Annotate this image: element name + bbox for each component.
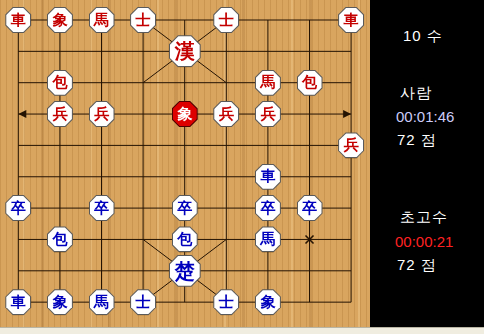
- piece-blue-guard[interactable]: 士: [213, 289, 239, 315]
- piece-blue-soldier[interactable]: 卒: [89, 195, 115, 221]
- piece-glyph: 車: [6, 8, 30, 32]
- piece-blue-guard[interactable]: 士: [130, 289, 156, 315]
- piece-blue-horse[interactable]: 馬: [89, 289, 115, 315]
- piece-blue-chariot[interactable]: 車: [5, 289, 31, 315]
- piece-glyph: 楚: [170, 256, 200, 286]
- piece-blue-cannon[interactable]: 包: [172, 226, 198, 252]
- piece-glyph: 兵: [90, 102, 114, 126]
- piece-glyph: 卒: [298, 196, 322, 220]
- piece-red-elephant[interactable]: 象: [47, 7, 73, 33]
- piece-blue-horse[interactable]: 馬: [255, 226, 281, 252]
- piece-glyph: 象: [48, 290, 72, 314]
- piece-glyph: 象: [256, 290, 280, 314]
- piece-glyph: 包: [173, 227, 197, 251]
- piece-glyph: 包: [298, 71, 322, 95]
- piece-red-soldier[interactable]: 兵: [89, 101, 115, 127]
- piece-red-soldier[interactable]: 兵: [338, 132, 364, 158]
- piece-glyph: 卒: [90, 196, 114, 220]
- piece-red-soldier[interactable]: 兵: [47, 101, 73, 127]
- piece-glyph: 馬: [90, 8, 114, 32]
- piece-glyph: 士: [131, 8, 155, 32]
- piece-red-elephant[interactable]: 象: [172, 101, 198, 127]
- player-computer-score: 72 점: [397, 256, 437, 275]
- piece-blue-elephant[interactable]: 象: [255, 289, 281, 315]
- piece-glyph: 包: [48, 71, 72, 95]
- player-computer-clock: 00:00:21: [395, 233, 453, 250]
- piece-glyph: 士: [214, 8, 238, 32]
- piece-glyph: 卒: [173, 196, 197, 220]
- piece-glyph: 象: [48, 8, 72, 32]
- janggi-board[interactable]: 車象馬士士車漢包馬包兵兵象兵兵兵車卒卒卒卒卒包包馬楚車象馬士士象: [0, 0, 370, 334]
- piece-glyph: 車: [6, 290, 30, 314]
- piece-glyph: 馬: [256, 71, 280, 95]
- piece-red-soldier[interactable]: 兵: [213, 101, 239, 127]
- piece-blue-soldier[interactable]: 卒: [172, 195, 198, 221]
- piece-glyph: 兵: [214, 102, 238, 126]
- piece-glyph: 卒: [6, 196, 30, 220]
- piece-blue-soldier[interactable]: 卒: [297, 195, 323, 221]
- piece-red-guard[interactable]: 士: [213, 7, 239, 33]
- piece-blue-soldier[interactable]: 卒: [5, 195, 31, 221]
- piece-red-king-han[interactable]: 漢: [169, 35, 201, 67]
- piece-glyph: 兵: [339, 133, 363, 157]
- player-human-score: 72 점: [397, 131, 437, 150]
- piece-red-guard[interactable]: 士: [130, 7, 156, 33]
- piece-red-cannon[interactable]: 包: [297, 70, 323, 96]
- piece-red-cannon[interactable]: 包: [47, 70, 73, 96]
- piece-red-chariot[interactable]: 車: [5, 7, 31, 33]
- piece-red-horse[interactable]: 馬: [89, 7, 115, 33]
- piece-red-horse[interactable]: 馬: [255, 70, 281, 96]
- piece-blue-elephant[interactable]: 象: [47, 289, 73, 315]
- piece-glyph: 兵: [48, 102, 72, 126]
- piece-glyph: 士: [131, 290, 155, 314]
- piece-glyph: 包: [48, 227, 72, 251]
- piece-glyph: 象: [173, 102, 197, 126]
- piece-glyph: 士: [214, 290, 238, 314]
- piece-glyph: 車: [339, 8, 363, 32]
- piece-glyph: 馬: [90, 290, 114, 314]
- janggi-app-window: 車象馬士士車漢包馬包兵兵象兵兵兵車卒卒卒卒卒包包馬楚車象馬士士象 10 수 사람…: [0, 0, 484, 334]
- piece-glyph: 車: [256, 165, 280, 189]
- piece-blue-king-cho[interactable]: 楚: [169, 255, 201, 287]
- piece-blue-soldier[interactable]: 卒: [255, 195, 281, 221]
- player-computer-name: 초고수: [400, 208, 448, 227]
- piece-red-chariot[interactable]: 車: [338, 7, 364, 33]
- piece-blue-cannon[interactable]: 包: [47, 226, 73, 252]
- piece-glyph: 漢: [170, 36, 200, 66]
- info-sidebar: 10 수 사람 00:01:46 72 점 초고수 00:00:21 72 점: [370, 0, 484, 334]
- window-bottom-edge: [0, 327, 484, 334]
- piece-red-soldier[interactable]: 兵: [255, 101, 281, 127]
- piece-glyph: 兵: [256, 102, 280, 126]
- player-human-clock: 00:01:46: [396, 108, 454, 125]
- move-counter: 10 수: [403, 27, 443, 46]
- piece-glyph: 馬: [256, 227, 280, 251]
- player-human-name: 사람: [400, 84, 432, 103]
- piece-blue-chariot[interactable]: 車: [255, 164, 281, 190]
- piece-glyph: 卒: [256, 196, 280, 220]
